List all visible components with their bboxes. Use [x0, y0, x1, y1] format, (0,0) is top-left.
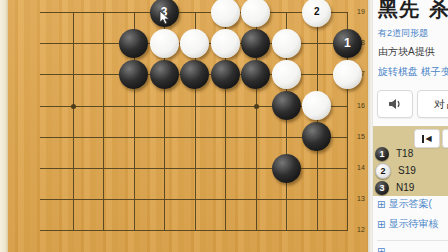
stone-black-Q18[interactable]	[241, 29, 270, 58]
clipped-bottom-link[interactable]: ⊞	[377, 246, 388, 252]
stone-white-P19[interactable]	[211, 0, 240, 27]
move-row-1[interactable]: 1 T18	[375, 145, 448, 162]
coordinate-label-19: 19	[357, 8, 368, 15]
move-number-label: 2	[314, 7, 320, 17]
expand-plus-icon: ⊞	[377, 199, 385, 210]
stone-white-N18[interactable]	[150, 29, 179, 58]
coordinate-label-15: 15	[357, 133, 368, 140]
provider-text: 由方块A提供	[378, 45, 435, 59]
stone-black-N17[interactable]	[150, 60, 179, 89]
star-point-K16	[71, 104, 76, 109]
speaker-icon	[388, 98, 402, 110]
show-answer-link[interactable]: ⊞显示答案(	[377, 197, 432, 211]
move-row-3[interactable]: 3 N19	[375, 179, 448, 196]
stone-black-R14[interactable]	[272, 154, 301, 183]
stone-white-T17[interactable]	[333, 60, 362, 89]
coordinate-label-12: 12	[357, 226, 368, 233]
stone-black-M18[interactable]	[119, 29, 148, 58]
stone-white-O18[interactable]	[180, 29, 209, 58]
coordinate-label-14: 14	[357, 164, 368, 171]
star-point-Q16	[254, 104, 259, 109]
move-3-coord: N19	[396, 182, 414, 193]
coordinate-label-16: 16	[357, 102, 368, 109]
battle-button[interactable]: 对战	[417, 90, 448, 118]
rotate-board-link[interactable]: 旋转棋盘 棋子变换	[378, 65, 448, 79]
grid-line-col-L	[103, 12, 104, 231]
move-2-stone-icon: 2	[375, 163, 391, 179]
problem-title: 黑先杀	[378, 0, 448, 23]
first-move-icon	[422, 135, 424, 143]
stone-black-P17[interactable]	[211, 60, 240, 89]
stone-black-T18[interactable]: 1	[333, 29, 362, 58]
move-number-label: 1	[344, 37, 351, 49]
panel-divider-line	[377, 240, 448, 241]
grid-line-col-K	[73, 12, 74, 231]
stone-white-S16[interactable]	[302, 91, 331, 120]
stone-black-S15[interactable]	[302, 122, 331, 151]
app-window: 1918171615141312312 黑先杀 有2道同形题 由方块A提供 旋转…	[0, 0, 448, 252]
move-row-2[interactable]: 2 S19	[375, 162, 448, 179]
move-list-panel: ◀ ◀ 1 T18 2 S19 3 N19	[373, 126, 448, 196]
side-panel: 黑先杀 有2道同形题 由方块A提供 旋转棋盘 棋子变换 对战 ◀ ◀ 1 T18…	[372, 0, 448, 252]
stone-white-R17[interactable]	[272, 60, 301, 89]
similar-problems-link[interactable]: 有2道同形题	[378, 27, 428, 40]
stone-black-O17[interactable]	[180, 60, 209, 89]
move-1-coord: T18	[396, 148, 413, 159]
stone-white-Q19[interactable]	[241, 0, 270, 27]
show-pending-review-link[interactable]: ⊞显示待审核	[377, 217, 438, 231]
move-2-coord: S19	[398, 165, 416, 176]
expand-plus-icon: ⊞	[377, 219, 385, 230]
coordinate-label-13: 13	[357, 195, 368, 202]
sound-toggle-button[interactable]	[377, 90, 413, 118]
go-board[interactable]: 1918171615141312312	[8, 0, 368, 252]
stone-white-S19[interactable]: 2	[302, 0, 331, 27]
stone-white-R18[interactable]	[272, 29, 301, 58]
expand-plus-icon: ⊞	[377, 246, 385, 252]
stone-white-P18[interactable]	[211, 29, 240, 58]
page-left-margin	[0, 0, 8, 252]
mouse-cursor	[159, 10, 171, 30]
move-3-stone-icon: 3	[375, 181, 389, 195]
stone-black-Q17[interactable]	[241, 60, 270, 89]
move-1-stone-icon: 1	[375, 147, 389, 161]
stone-black-R16[interactable]	[272, 91, 301, 120]
stone-black-M17[interactable]	[119, 60, 148, 89]
